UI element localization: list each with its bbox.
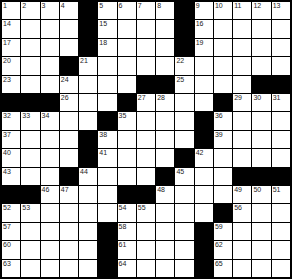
clue-number: 54: [119, 204, 127, 212]
white-square[interactable]: [98, 57, 116, 74]
white-square[interactable]: 63: [2, 260, 20, 277]
white-square[interactable]: 11: [233, 2, 251, 19]
clue-number: 13: [273, 2, 281, 10]
white-square[interactable]: 6: [118, 2, 136, 19]
white-square[interactable]: [252, 260, 270, 277]
white-square[interactable]: 44: [79, 168, 97, 185]
white-square[interactable]: [21, 39, 39, 56]
white-square[interactable]: 60: [2, 241, 20, 258]
white-square[interactable]: [252, 149, 270, 166]
white-square[interactable]: 49: [233, 186, 251, 203]
white-square[interactable]: [233, 241, 251, 258]
white-square[interactable]: [79, 223, 97, 240]
clue-number: 1: [3, 2, 7, 10]
clue-number: 41: [99, 149, 107, 157]
white-square[interactable]: [118, 131, 136, 148]
white-square[interactable]: [137, 57, 155, 74]
clue-number: 47: [61, 186, 69, 194]
clue-number: 62: [215, 241, 223, 249]
white-square[interactable]: 57: [2, 223, 20, 240]
white-square[interactable]: [175, 131, 193, 148]
clue-number: 4: [61, 2, 65, 10]
clue-number: 42: [196, 149, 204, 157]
black-square: [98, 223, 116, 240]
clue-number: 43: [3, 168, 11, 176]
white-square[interactable]: 30: [252, 94, 270, 111]
black-square: [233, 168, 251, 185]
clue-number: 56: [234, 204, 242, 212]
white-square[interactable]: [60, 223, 78, 240]
white-square[interactable]: [156, 223, 174, 240]
white-square[interactable]: [195, 76, 213, 93]
clue-number: 3: [42, 2, 46, 10]
clue-number: 23: [3, 76, 11, 84]
white-square[interactable]: [21, 223, 39, 240]
clue-number: 11: [234, 2, 241, 10]
clue-number: 22: [176, 57, 184, 65]
white-square[interactable]: [41, 204, 59, 221]
black-square: [79, 39, 97, 56]
white-square[interactable]: [98, 204, 116, 221]
clue-number: 26: [61, 94, 69, 102]
white-square[interactable]: [118, 39, 136, 56]
white-square[interactable]: [79, 204, 97, 221]
white-square[interactable]: 37: [2, 131, 20, 148]
clue-number: 16: [196, 20, 204, 28]
black-square: [137, 76, 155, 93]
black-square: [214, 94, 232, 111]
black-square: [195, 260, 213, 277]
white-square[interactable]: 53: [21, 204, 39, 221]
white-square[interactable]: [252, 131, 270, 148]
white-square[interactable]: [214, 149, 232, 166]
white-square[interactable]: [252, 57, 270, 74]
clue-number: 25: [176, 76, 184, 84]
white-square[interactable]: [175, 94, 193, 111]
white-square[interactable]: [137, 131, 155, 148]
black-square: [98, 241, 116, 258]
black-square: [79, 131, 97, 148]
white-square[interactable]: [137, 20, 155, 37]
white-square[interactable]: [41, 168, 59, 185]
white-square[interactable]: 33: [21, 112, 39, 129]
white-square[interactable]: [137, 260, 155, 277]
white-square[interactable]: [137, 112, 155, 129]
black-square: [79, 20, 97, 37]
white-square[interactable]: [252, 112, 270, 129]
white-square[interactable]: [233, 20, 251, 37]
white-square[interactable]: [233, 57, 251, 74]
clue-number: 31: [273, 94, 281, 102]
white-square[interactable]: 2: [21, 2, 39, 19]
white-square[interactable]: 21: [79, 57, 97, 74]
clue-number: 55: [138, 204, 146, 212]
crossword-grid: 1234567891011121314151617181920212223242…: [0, 0, 292, 279]
white-square[interactable]: [41, 260, 59, 277]
white-square[interactable]: [118, 20, 136, 37]
clue-number: 30: [253, 94, 261, 102]
white-square[interactable]: 15: [98, 20, 116, 37]
white-square[interactable]: 24: [60, 76, 78, 93]
clue-number: 44: [80, 168, 88, 176]
clue-number: 5: [99, 2, 103, 10]
clue-number: 6: [119, 2, 123, 10]
white-square[interactable]: [21, 241, 39, 258]
white-square[interactable]: 25: [175, 76, 193, 93]
white-square[interactable]: [79, 76, 97, 93]
white-square[interactable]: 27: [137, 94, 155, 111]
clue-number: 53: [22, 204, 30, 212]
white-square[interactable]: [156, 260, 174, 277]
black-square: [272, 76, 290, 93]
white-square[interactable]: [118, 149, 136, 166]
black-square: [156, 76, 174, 93]
white-square[interactable]: 48: [156, 186, 174, 203]
clue-number: 8: [157, 2, 161, 10]
clue-number: 35: [119, 112, 127, 120]
white-square[interactable]: [252, 20, 270, 37]
clue-number: 37: [3, 131, 11, 139]
white-square[interactable]: [156, 241, 174, 258]
clue-number: 59: [215, 223, 223, 231]
white-square[interactable]: [214, 76, 232, 93]
white-square[interactable]: [41, 241, 59, 258]
black-square: [21, 186, 39, 203]
clue-number: 65: [215, 260, 223, 268]
white-square[interactable]: [21, 76, 39, 93]
clue-number: 49: [234, 186, 242, 194]
white-square[interactable]: [137, 241, 155, 258]
black-square: [118, 186, 136, 203]
clue-number: 63: [3, 260, 11, 268]
black-square: [60, 168, 78, 185]
white-square[interactable]: [272, 241, 290, 258]
white-square[interactable]: [156, 57, 174, 74]
white-square[interactable]: [272, 149, 290, 166]
white-square[interactable]: [156, 20, 174, 37]
black-square: [272, 168, 290, 185]
white-square[interactable]: 32: [2, 112, 20, 129]
white-square[interactable]: 7: [137, 2, 155, 19]
white-square[interactable]: [272, 20, 290, 37]
white-square[interactable]: [137, 168, 155, 185]
white-square[interactable]: 62: [214, 241, 232, 258]
white-square[interactable]: 38: [98, 131, 116, 148]
white-square[interactable]: [214, 57, 232, 74]
white-square[interactable]: [233, 260, 251, 277]
clue-number: 27: [138, 94, 146, 102]
black-square: [41, 94, 59, 111]
white-square[interactable]: 35: [118, 112, 136, 129]
white-square[interactable]: [272, 204, 290, 221]
white-square[interactable]: [233, 76, 251, 93]
white-square[interactable]: [137, 223, 155, 240]
clue-number: 19: [196, 39, 204, 47]
white-square[interactable]: [272, 131, 290, 148]
white-square[interactable]: [214, 168, 232, 185]
white-square[interactable]: 8: [156, 2, 174, 19]
white-square[interactable]: 45: [175, 168, 193, 185]
white-square[interactable]: [252, 223, 270, 240]
black-square: [2, 186, 20, 203]
white-square[interactable]: [272, 223, 290, 240]
black-square: [98, 112, 116, 129]
black-square: [252, 168, 270, 185]
white-square[interactable]: [156, 204, 174, 221]
white-square[interactable]: [118, 76, 136, 93]
black-square: [195, 223, 213, 240]
white-square[interactable]: 46: [41, 186, 59, 203]
white-square[interactable]: 42: [195, 149, 213, 166]
white-square[interactable]: 3: [41, 2, 59, 19]
white-square[interactable]: [233, 149, 251, 166]
white-square[interactable]: [233, 112, 251, 129]
white-square[interactable]: 12: [252, 2, 270, 19]
black-square: [252, 76, 270, 93]
white-square[interactable]: [195, 204, 213, 221]
white-square[interactable]: [272, 57, 290, 74]
black-square: [21, 94, 39, 111]
white-square[interactable]: [79, 94, 97, 111]
black-square: [118, 94, 136, 111]
clue-number: 33: [22, 112, 30, 120]
white-square[interactable]: 40: [2, 149, 20, 166]
clue-number: 17: [3, 39, 11, 47]
white-square[interactable]: 9: [195, 2, 213, 19]
white-square[interactable]: 51: [272, 186, 290, 203]
white-square[interactable]: 50: [252, 186, 270, 203]
white-square[interactable]: [252, 241, 270, 258]
black-square: [195, 241, 213, 258]
white-square[interactable]: [98, 186, 116, 203]
white-square[interactable]: 18: [98, 39, 116, 56]
white-square[interactable]: [41, 131, 59, 148]
clue-number: 14: [3, 20, 11, 28]
white-square[interactable]: 41: [98, 149, 116, 166]
white-square[interactable]: [175, 204, 193, 221]
white-square[interactable]: 4: [60, 2, 78, 19]
white-square[interactable]: [252, 39, 270, 56]
clue-number: 40: [3, 149, 11, 157]
clue-number: 21: [80, 57, 88, 65]
white-square[interactable]: [195, 57, 213, 74]
white-square[interactable]: 26: [60, 94, 78, 111]
clue-number: 45: [176, 168, 184, 176]
white-square[interactable]: 28: [156, 94, 174, 111]
white-square[interactable]: 58: [118, 223, 136, 240]
white-square[interactable]: 1: [2, 2, 20, 19]
clue-number: 28: [157, 94, 165, 102]
white-square[interactable]: [156, 149, 174, 166]
white-square[interactable]: [41, 39, 59, 56]
white-square[interactable]: [41, 149, 59, 166]
black-square: [195, 112, 213, 129]
white-square[interactable]: [272, 112, 290, 129]
white-square[interactable]: 16: [195, 20, 213, 37]
white-square[interactable]: 31: [272, 94, 290, 111]
white-square[interactable]: [195, 186, 213, 203]
clue-number: 9: [196, 2, 200, 10]
white-square[interactable]: [60, 149, 78, 166]
clue-number: 24: [61, 76, 69, 84]
white-square[interactable]: 65: [214, 260, 232, 277]
clue-number: 58: [119, 223, 127, 231]
black-square: [175, 20, 193, 37]
white-square[interactable]: [60, 241, 78, 258]
white-square[interactable]: [214, 39, 232, 56]
black-square: [175, 2, 193, 19]
white-square[interactable]: [41, 76, 59, 93]
clue-number: 12: [253, 2, 261, 10]
white-square[interactable]: [156, 112, 174, 129]
white-square[interactable]: [175, 223, 193, 240]
white-square[interactable]: [137, 149, 155, 166]
white-square[interactable]: 34: [41, 112, 59, 129]
white-square[interactable]: [60, 112, 78, 129]
white-square[interactable]: [60, 204, 78, 221]
white-square[interactable]: [156, 39, 174, 56]
clue-number: 29: [234, 94, 242, 102]
white-square[interactable]: [98, 76, 116, 93]
white-square[interactable]: 19: [195, 39, 213, 56]
clue-number: 39: [215, 131, 223, 139]
clue-number: 64: [119, 260, 127, 268]
clue-number: 50: [253, 186, 261, 194]
white-square[interactable]: 61: [118, 241, 136, 258]
black-square: [79, 149, 97, 166]
white-square[interactable]: [214, 186, 232, 203]
clue-number: 52: [3, 204, 11, 212]
white-square[interactable]: 14: [2, 20, 20, 37]
white-square[interactable]: 54: [118, 204, 136, 221]
white-square[interactable]: [79, 260, 97, 277]
white-square[interactable]: [252, 204, 270, 221]
white-square[interactable]: 22: [175, 57, 193, 74]
white-square[interactable]: [98, 94, 116, 111]
clue-number: 51: [273, 186, 281, 194]
white-square[interactable]: [272, 260, 290, 277]
white-square[interactable]: [41, 57, 59, 74]
white-square[interactable]: [214, 20, 232, 37]
white-square[interactable]: 56: [233, 204, 251, 221]
clue-number: 15: [99, 20, 107, 28]
white-square[interactable]: 52: [2, 204, 20, 221]
white-square[interactable]: [118, 168, 136, 185]
black-square: [195, 131, 213, 148]
clue-number: 60: [3, 241, 11, 249]
white-square[interactable]: [137, 39, 155, 56]
clue-number: 20: [3, 57, 11, 65]
black-square: [137, 186, 155, 203]
white-square[interactable]: [60, 20, 78, 37]
white-square[interactable]: [60, 260, 78, 277]
clue-number: 38: [99, 131, 107, 139]
white-square[interactable]: 10: [214, 2, 232, 19]
white-square[interactable]: [175, 241, 193, 258]
white-square[interactable]: [79, 112, 97, 129]
white-square[interactable]: [41, 223, 59, 240]
black-square: [175, 149, 193, 166]
white-square[interactable]: 39: [214, 131, 232, 148]
white-square[interactable]: [98, 168, 116, 185]
white-square[interactable]: [156, 131, 174, 148]
white-square[interactable]: 36: [214, 112, 232, 129]
white-square[interactable]: 29: [233, 94, 251, 111]
white-square[interactable]: [79, 186, 97, 203]
black-square: [98, 260, 116, 277]
white-square[interactable]: [272, 39, 290, 56]
white-square[interactable]: [195, 168, 213, 185]
clue-number: 57: [3, 223, 11, 231]
white-square[interactable]: [233, 131, 251, 148]
clue-number: 48: [157, 186, 165, 194]
clue-number: 2: [22, 2, 26, 10]
white-square[interactable]: 23: [2, 76, 20, 93]
white-square[interactable]: [21, 260, 39, 277]
white-square[interactable]: [41, 20, 59, 37]
clue-number: 36: [215, 112, 223, 120]
white-square[interactable]: 59: [214, 223, 232, 240]
white-square[interactable]: [21, 131, 39, 148]
white-square[interactable]: 47: [60, 186, 78, 203]
white-square[interactable]: [233, 223, 251, 240]
white-square[interactable]: 13: [272, 2, 290, 19]
white-square[interactable]: 43: [2, 168, 20, 185]
white-square[interactable]: 17: [2, 39, 20, 56]
white-square[interactable]: 20: [2, 57, 20, 74]
white-square[interactable]: [175, 112, 193, 129]
black-square: [2, 94, 20, 111]
clue-number: 7: [138, 2, 142, 10]
black-square: [156, 168, 174, 185]
white-square[interactable]: [21, 57, 39, 74]
white-square[interactable]: [60, 131, 78, 148]
clue-number: 61: [119, 241, 127, 249]
white-square[interactable]: [21, 149, 39, 166]
clue-number: 18: [99, 39, 107, 47]
black-square: [60, 57, 78, 74]
white-square[interactable]: 5: [98, 2, 116, 19]
white-square[interactable]: [60, 39, 78, 56]
black-square: [175, 39, 193, 56]
black-square: [214, 204, 232, 221]
white-square[interactable]: 55: [137, 204, 155, 221]
white-square[interactable]: [118, 57, 136, 74]
white-square[interactable]: [233, 39, 251, 56]
clue-number: 46: [42, 186, 50, 194]
white-square[interactable]: 64: [118, 260, 136, 277]
white-square[interactable]: [21, 20, 39, 37]
white-square[interactable]: [21, 168, 39, 185]
clue-number: 34: [42, 112, 50, 120]
white-square[interactable]: [175, 186, 193, 203]
clue-number: 10: [215, 2, 223, 10]
white-square[interactable]: [195, 94, 213, 111]
black-square: [79, 2, 97, 19]
white-square[interactable]: [175, 260, 193, 277]
clue-number: 32: [3, 112, 11, 120]
white-square[interactable]: [79, 241, 97, 258]
